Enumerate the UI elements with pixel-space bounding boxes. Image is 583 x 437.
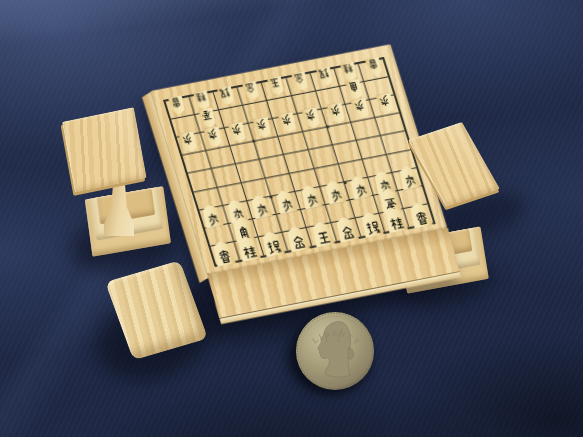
piece-kanji — [342, 62, 355, 74]
piece-kanji — [388, 215, 405, 231]
shogi-piece-pawn-gote — [201, 125, 226, 150]
piece-body — [314, 65, 335, 86]
piece-kanji — [413, 210, 430, 226]
piece-kanji — [303, 192, 319, 207]
piece-body — [406, 201, 434, 229]
shogi-piece-gold-sente — [334, 217, 359, 242]
shogi-piece-king-gote — [263, 73, 288, 98]
piece-kanji — [170, 96, 183, 108]
piece-body — [374, 92, 397, 115]
shogi-piece-pawn-sente — [273, 189, 298, 214]
piece-kanji — [314, 229, 331, 245]
shogi-piece-gold-gote — [288, 68, 313, 93]
shogi-piece-pawn-gote — [324, 101, 349, 126]
piece-body — [283, 225, 311, 253]
piece-body — [322, 179, 348, 205]
piece-body — [234, 234, 262, 262]
piece-kanji — [216, 248, 233, 264]
piece-body — [265, 75, 286, 96]
piece-body — [381, 206, 409, 234]
piece-body — [395, 165, 421, 191]
shogi-piece-pawn-sente — [322, 180, 347, 205]
piece-kanji — [181, 132, 195, 145]
piece-body — [276, 111, 299, 134]
piece-kanji — [279, 113, 293, 126]
piece-kanji — [378, 94, 392, 107]
piece-body — [227, 121, 250, 144]
piece-body — [209, 239, 237, 267]
piece-body — [273, 189, 299, 215]
piece-body — [308, 220, 336, 248]
piece-kanji — [265, 239, 282, 255]
piece-kanji — [402, 173, 418, 188]
piece-kanji — [244, 82, 257, 94]
piece-kanji — [293, 72, 306, 84]
piece-body — [248, 193, 274, 219]
shogi-piece-king-sente — [309, 222, 334, 247]
piece-kanji — [328, 188, 344, 203]
shogi-piece-pawn-sente — [396, 165, 421, 190]
piece-kanji — [254, 202, 270, 217]
piece-body — [241, 80, 262, 101]
piece-body — [349, 97, 372, 120]
shogi-board — [163, 57, 436, 267]
shogi-piece-silver-sente — [260, 231, 285, 256]
shogi-piece-pawn-gote — [226, 120, 251, 145]
piece-body — [363, 56, 384, 77]
piece-body — [178, 130, 201, 153]
piece-kanji — [206, 128, 220, 141]
piece-kanji — [200, 109, 213, 122]
piece-kanji — [329, 104, 343, 117]
shogi-piece-gold-gote — [239, 78, 264, 103]
piece-body — [346, 174, 372, 200]
shogi-piece-gold-sente — [285, 226, 310, 251]
shogi-piece-pawn-gote — [299, 106, 324, 131]
piece-body — [259, 230, 287, 258]
quarter-coin: LIBERTY — [294, 310, 376, 392]
shogi-piece-silver-sente — [359, 212, 384, 237]
piece-kanji — [255, 118, 269, 131]
shogi-piece-knight-sente — [236, 236, 261, 261]
piece-body — [290, 70, 311, 91]
shogi-piece-pawn-gote — [373, 91, 398, 116]
piece-kanji — [304, 108, 318, 121]
shogi-piece-pawn-gote — [177, 130, 202, 155]
shogi-piece-pawn-sente — [200, 204, 225, 229]
piece-kanji — [363, 220, 380, 236]
piece-body — [251, 116, 274, 139]
piece-body — [332, 215, 360, 243]
piece-kanji — [353, 99, 367, 112]
shogi-piece-pawn-gote — [349, 96, 374, 121]
komadai-left-top — [62, 107, 147, 192]
piece-kanji — [318, 67, 331, 79]
shogi-piece-pawn-sente — [249, 194, 274, 219]
coin-face: LIBERTY — [294, 310, 376, 392]
shogi-piece-pawn-gote — [275, 110, 300, 135]
shogi-piece-lance-gote — [362, 54, 387, 79]
piece-kanji — [348, 81, 361, 94]
piece-body — [357, 210, 385, 238]
piece-kanji — [290, 234, 307, 250]
shogi-piece-knight-sente — [383, 207, 408, 232]
piece-kanji — [230, 123, 244, 136]
photo-scene: LIBERTY — [0, 0, 583, 437]
shogi-piece-pawn-sente — [298, 185, 323, 210]
shogi-piece-pawn-sente — [347, 175, 372, 200]
shogi-piece-lance-sente — [408, 203, 433, 228]
shogi-piece-pawn-gote — [250, 115, 275, 140]
piece-body — [300, 106, 323, 129]
piece-kanji — [279, 197, 295, 212]
piece-kanji — [195, 91, 208, 103]
piece-body — [199, 203, 225, 229]
shogi-piece-lance-sente — [211, 241, 236, 266]
shogi-piece-silver-gote — [214, 83, 239, 108]
piece-kanji — [219, 86, 232, 98]
piece-kanji — [269, 77, 282, 89]
piece-body — [297, 184, 323, 210]
piece-body — [202, 126, 225, 149]
shogi-piece-silver-gote — [313, 64, 338, 89]
shogi-piece-lance-gote — [165, 92, 190, 117]
piece-kanji — [352, 183, 368, 198]
piece-kanji — [241, 244, 258, 260]
piece-kanji — [205, 212, 221, 227]
piece-kanji — [339, 225, 356, 241]
piece-body — [167, 94, 188, 115]
piece-kanji — [367, 58, 380, 70]
piece-body — [325, 102, 348, 125]
piece-body — [216, 85, 237, 106]
